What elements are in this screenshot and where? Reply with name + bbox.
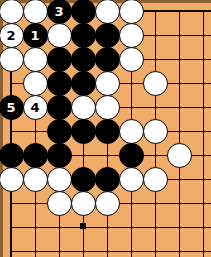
stone-black [95,119,120,144]
grid-line-vertical [203,10,204,257]
stone-black [47,47,72,72]
stone-white [143,71,168,96]
stone-black [71,47,96,72]
stone-white [119,47,144,72]
stone-white [0,167,24,192]
stone-white [71,95,96,120]
stone-white [23,167,48,192]
move-3-stone-black: 3 [47,0,72,24]
grid-line-horizontal [10,227,211,228]
stone-white [95,0,120,24]
grid-line-horizontal [10,251,211,252]
stone-white [95,71,120,96]
stone-black [71,167,96,192]
stone-black [71,71,96,96]
move-2-stone-white: 2 [0,23,24,48]
stone-black [95,47,120,72]
stone-black [47,119,72,144]
grid-line-vertical [179,10,180,257]
stone-white [23,0,48,24]
move-number-label: 5 [6,101,15,114]
stone-white [143,119,168,144]
stone-white [47,167,72,192]
stone-white [95,191,120,216]
go-board-diagram: 32154 [0,0,211,257]
move-number-label: 3 [54,5,63,18]
stone-white [119,0,144,24]
stone-white [47,23,72,48]
stone-white [0,0,24,24]
move-number-label: 1 [30,29,39,42]
move-number-label: 4 [30,101,39,114]
star-point-marker [80,223,86,229]
stone-black [71,119,96,144]
move-4-stone-white: 4 [23,95,48,120]
stone-white [119,23,144,48]
stone-black [95,23,120,48]
stone-black [47,143,72,168]
stone-black [47,95,72,120]
move-5-stone-black: 5 [0,95,24,120]
stone-white [167,143,192,168]
stone-white [119,167,144,192]
stone-black [71,0,96,24]
move-number-label: 2 [6,29,15,42]
move-1-stone-black: 1 [23,23,48,48]
stone-black [23,143,48,168]
stone-white [23,71,48,96]
stone-black [119,143,144,168]
stone-black [95,167,120,192]
stone-black [0,143,24,168]
stone-white [0,47,24,72]
stone-white [23,47,48,72]
stone-white [47,191,72,216]
stone-white [143,167,168,192]
stone-white [119,119,144,144]
stone-white [71,191,96,216]
stone-black [71,23,96,48]
stone-black [47,71,72,96]
stone-white [95,95,120,120]
